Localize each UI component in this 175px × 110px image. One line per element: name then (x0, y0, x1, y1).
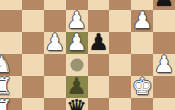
square-f3[interactable] (109, 54, 131, 76)
square-f2[interactable] (109, 76, 131, 98)
white-pawn-g5[interactable]: ♟ (132, 9, 153, 32)
square-g4[interactable] (131, 32, 153, 54)
square-h6[interactable]: ♟ (153, 0, 175, 10)
square-b1[interactable] (22, 98, 44, 110)
square-c1[interactable] (44, 98, 66, 110)
white-rook-a1[interactable]: ♜ (0, 97, 12, 110)
chess-board-viewport: ♟♟♟♟♟♟♞♟♜♟♚♜♛ (0, 0, 175, 110)
white-king-g2[interactable]: ♚ (132, 75, 153, 98)
square-c4[interactable]: ♟ (44, 32, 66, 54)
square-g2[interactable]: ♚ (131, 76, 153, 98)
square-h2[interactable] (153, 76, 175, 98)
square-b2[interactable] (22, 76, 44, 98)
square-b5[interactable] (22, 10, 44, 32)
square-h5[interactable] (153, 10, 175, 32)
square-a5[interactable] (0, 10, 22, 32)
square-e1[interactable] (88, 98, 110, 110)
square-b6[interactable] (22, 0, 44, 10)
square-b3[interactable] (22, 54, 44, 76)
square-c6[interactable] (44, 0, 66, 10)
square-g5[interactable]: ♟ (131, 10, 153, 32)
square-g1[interactable] (131, 98, 153, 110)
square-f5[interactable] (109, 10, 131, 32)
square-h1[interactable] (153, 98, 175, 110)
square-e6[interactable] (88, 0, 110, 10)
move-dest-dot[interactable] (70, 59, 83, 72)
black-queen-d1[interactable]: ♛ (66, 97, 87, 110)
square-e2[interactable] (88, 76, 110, 98)
square-d1[interactable]: ♛ (66, 98, 88, 110)
square-f6[interactable] (109, 0, 131, 10)
square-f1[interactable] (109, 98, 131, 110)
square-a1[interactable]: ♜ (0, 98, 22, 110)
square-f4[interactable] (109, 32, 131, 54)
square-e3[interactable] (88, 54, 110, 76)
chess-board[interactable]: ♟♟♟♟♟♟♞♟♜♟♚♜♛ (0, 0, 175, 110)
white-pawn-h3[interactable]: ♟ (154, 53, 175, 76)
white-pawn-c4[interactable]: ♟ (44, 31, 65, 54)
square-c3[interactable] (44, 54, 66, 76)
square-d4[interactable]: ♟ (66, 32, 88, 54)
square-b4[interactable] (22, 32, 44, 54)
black-pawn-e4[interactable]: ♟ (88, 31, 109, 54)
square-h3[interactable]: ♟ (153, 54, 175, 76)
square-e4[interactable]: ♟ (88, 32, 110, 54)
black-pawn-h6[interactable]: ♟ (154, 0, 175, 10)
square-a6[interactable] (0, 0, 22, 10)
square-c2[interactable] (44, 76, 66, 98)
white-pawn-d4[interactable]: ♟ (66, 31, 87, 54)
